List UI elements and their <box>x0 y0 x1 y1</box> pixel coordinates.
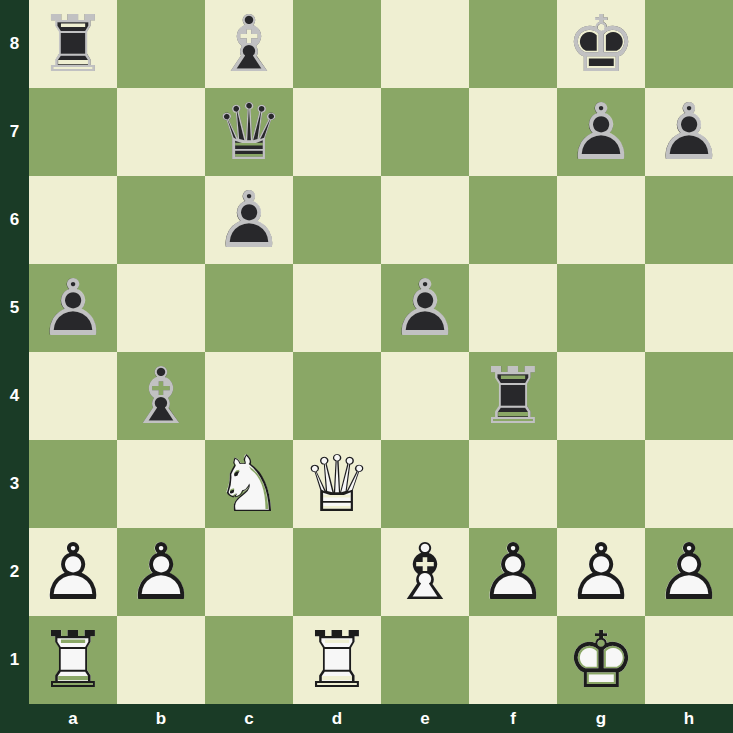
piece-white-rook[interactable]: ♜♖ <box>29 616 117 704</box>
piece-black-bishop[interactable]: ♝♗ <box>205 0 293 88</box>
square-b7[interactable] <box>117 88 205 176</box>
white-pawn-outline: ♙ <box>557 528 645 616</box>
square-e2[interactable]: ♝♗ <box>381 528 469 616</box>
square-f5[interactable] <box>469 264 557 352</box>
square-h4[interactable] <box>645 352 733 440</box>
black-pawn-outline: ♙ <box>557 88 645 176</box>
black-pawn-outline: ♙ <box>645 88 733 176</box>
square-a1[interactable]: ♜♖ <box>29 616 117 704</box>
piece-white-bishop[interactable]: ♝♗ <box>381 528 469 616</box>
square-h7[interactable]: ♟♙ <box>645 88 733 176</box>
square-b6[interactable] <box>117 176 205 264</box>
square-a2[interactable]: ♟♙ <box>29 528 117 616</box>
piece-black-rook[interactable]: ♜♖ <box>469 352 557 440</box>
square-d7[interactable] <box>293 88 381 176</box>
square-f8[interactable] <box>469 0 557 88</box>
square-a5[interactable]: ♟♙ <box>29 264 117 352</box>
square-c4[interactable] <box>205 352 293 440</box>
piece-black-pawn[interactable]: ♟♙ <box>205 176 293 264</box>
square-f6[interactable] <box>469 176 557 264</box>
piece-black-pawn[interactable]: ♟♙ <box>29 264 117 352</box>
square-h5[interactable] <box>645 264 733 352</box>
black-bishop-outline: ♗ <box>117 352 205 440</box>
square-a8[interactable]: ♜♖ <box>29 0 117 88</box>
rank-label-5: 5 <box>0 264 29 352</box>
square-g2[interactable]: ♟♙ <box>557 528 645 616</box>
square-e7[interactable] <box>381 88 469 176</box>
square-b2[interactable]: ♟♙ <box>117 528 205 616</box>
piece-white-pawn[interactable]: ♟♙ <box>117 528 205 616</box>
file-label-e: e <box>381 704 469 733</box>
rank-label-2: 2 <box>0 528 29 616</box>
piece-black-bishop[interactable]: ♝♗ <box>117 352 205 440</box>
square-h6[interactable] <box>645 176 733 264</box>
rank-label-6: 6 <box>0 176 29 264</box>
square-e1[interactable] <box>381 616 469 704</box>
black-bishop-outline: ♗ <box>205 0 293 88</box>
white-pawn-outline: ♙ <box>469 528 557 616</box>
square-b4[interactable]: ♝♗ <box>117 352 205 440</box>
piece-black-rook[interactable]: ♜♖ <box>29 0 117 88</box>
file-label-c: c <box>205 704 293 733</box>
square-c7[interactable]: ♛♕ <box>205 88 293 176</box>
square-g3[interactable] <box>557 440 645 528</box>
square-c2[interactable] <box>205 528 293 616</box>
square-b1[interactable] <box>117 616 205 704</box>
black-pawn-outline: ♙ <box>29 264 117 352</box>
file-label-a: a <box>29 704 117 733</box>
piece-white-king[interactable]: ♚♔ <box>557 616 645 704</box>
black-pawn-outline: ♙ <box>205 176 293 264</box>
square-h2[interactable]: ♟♙ <box>645 528 733 616</box>
piece-white-queen[interactable]: ♛♕ <box>293 440 381 528</box>
file-label-b: b <box>117 704 205 733</box>
square-c6[interactable]: ♟♙ <box>205 176 293 264</box>
square-e6[interactable] <box>381 176 469 264</box>
file-label-d: d <box>293 704 381 733</box>
square-d5[interactable] <box>293 264 381 352</box>
square-f1[interactable] <box>469 616 557 704</box>
black-rook-outline: ♖ <box>469 352 557 440</box>
square-a4[interactable] <box>29 352 117 440</box>
piece-black-pawn[interactable]: ♟♙ <box>381 264 469 352</box>
white-pawn-outline: ♙ <box>29 528 117 616</box>
black-queen-outline: ♕ <box>205 88 293 176</box>
square-d2[interactable] <box>293 528 381 616</box>
square-f3[interactable] <box>469 440 557 528</box>
square-e8[interactable] <box>381 0 469 88</box>
square-d6[interactable] <box>293 176 381 264</box>
square-b8[interactable] <box>117 0 205 88</box>
white-queen-outline: ♕ <box>293 440 381 528</box>
square-e3[interactable] <box>381 440 469 528</box>
black-rook-outline: ♖ <box>29 0 117 88</box>
square-h1[interactable] <box>645 616 733 704</box>
square-g6[interactable] <box>557 176 645 264</box>
chess-board: 8♜♖♝♗♚♔7♛♕♟♙♟♙6♟♙5♟♙♟♙4♝♗♜♖3♞♘♛♕2♟♙♟♙♝♗♟… <box>0 0 733 733</box>
rank-label-1: 1 <box>0 616 29 704</box>
square-f2[interactable]: ♟♙ <box>469 528 557 616</box>
square-a3[interactable] <box>29 440 117 528</box>
square-f7[interactable] <box>469 88 557 176</box>
rank-label-8: 8 <box>0 0 29 88</box>
file-label-g: g <box>557 704 645 733</box>
white-rook-outline: ♖ <box>29 616 117 704</box>
square-g4[interactable] <box>557 352 645 440</box>
square-g5[interactable] <box>557 264 645 352</box>
board-frame-corner <box>0 704 29 733</box>
white-knight-outline: ♘ <box>205 440 293 528</box>
square-c3[interactable]: ♞♘ <box>205 440 293 528</box>
white-rook-outline: ♖ <box>293 616 381 704</box>
rank-label-3: 3 <box>0 440 29 528</box>
piece-white-pawn[interactable]: ♟♙ <box>469 528 557 616</box>
piece-black-queen[interactable]: ♛♕ <box>205 88 293 176</box>
white-king-outline: ♔ <box>557 616 645 704</box>
square-e4[interactable] <box>381 352 469 440</box>
square-c1[interactable] <box>205 616 293 704</box>
white-pawn-outline: ♙ <box>117 528 205 616</box>
square-c5[interactable] <box>205 264 293 352</box>
square-g8[interactable]: ♚♔ <box>557 0 645 88</box>
rank-label-7: 7 <box>0 88 29 176</box>
piece-white-pawn[interactable]: ♟♙ <box>29 528 117 616</box>
piece-white-rook[interactable]: ♜♖ <box>293 616 381 704</box>
square-d8[interactable] <box>293 0 381 88</box>
file-label-h: h <box>645 704 733 733</box>
black-king-outline: ♔ <box>557 0 645 88</box>
piece-white-pawn[interactable]: ♟♙ <box>557 528 645 616</box>
square-a6[interactable] <box>29 176 117 264</box>
square-g1[interactable]: ♚♔ <box>557 616 645 704</box>
square-g7[interactable]: ♟♙ <box>557 88 645 176</box>
square-d1[interactable]: ♜♖ <box>293 616 381 704</box>
white-bishop-outline: ♗ <box>381 528 469 616</box>
square-d4[interactable] <box>293 352 381 440</box>
square-d3[interactable]: ♛♕ <box>293 440 381 528</box>
piece-black-pawn[interactable]: ♟♙ <box>557 88 645 176</box>
file-label-f: f <box>469 704 557 733</box>
piece-white-pawn[interactable]: ♟♙ <box>645 528 733 616</box>
square-h3[interactable] <box>645 440 733 528</box>
rank-label-4: 4 <box>0 352 29 440</box>
square-h8[interactable] <box>645 0 733 88</box>
square-a7[interactable] <box>29 88 117 176</box>
piece-black-pawn[interactable]: ♟♙ <box>645 88 733 176</box>
piece-black-king[interactable]: ♚♔ <box>557 0 645 88</box>
square-e5[interactable]: ♟♙ <box>381 264 469 352</box>
square-f4[interactable]: ♜♖ <box>469 352 557 440</box>
square-b3[interactable] <box>117 440 205 528</box>
square-b5[interactable] <box>117 264 205 352</box>
piece-white-knight[interactable]: ♞♘ <box>205 440 293 528</box>
black-pawn-outline: ♙ <box>381 264 469 352</box>
square-c8[interactable]: ♝♗ <box>205 0 293 88</box>
white-pawn-outline: ♙ <box>645 528 733 616</box>
